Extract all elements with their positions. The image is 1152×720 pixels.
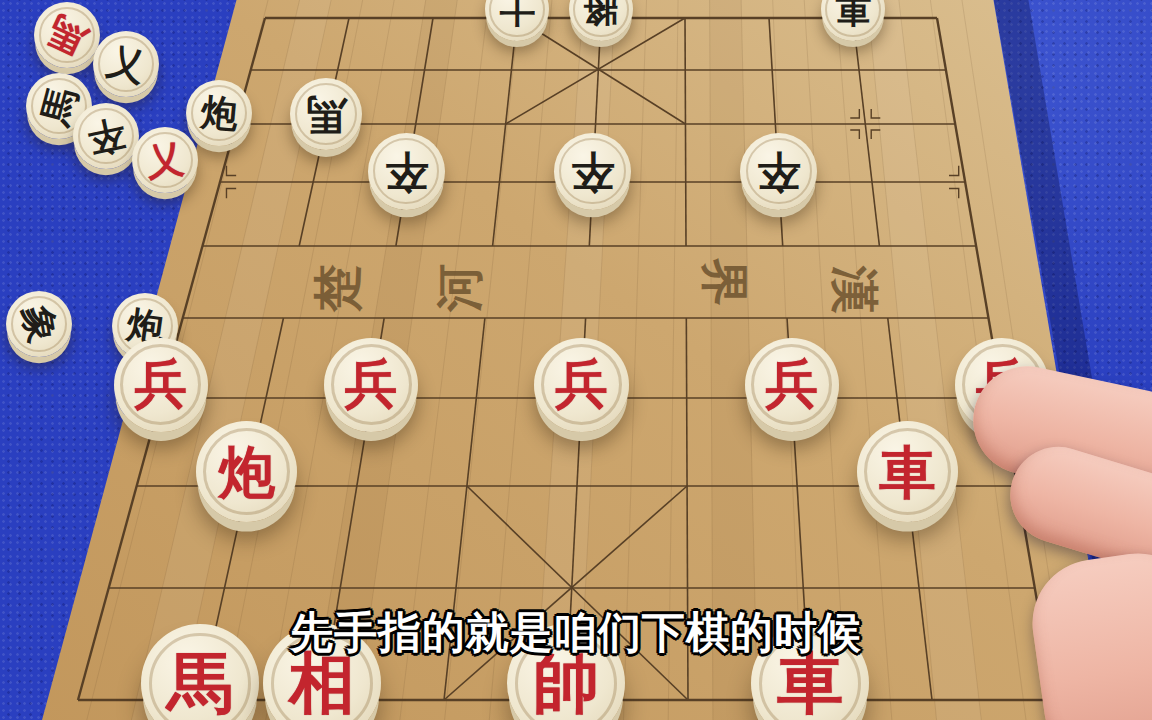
piece-character: 兵 [345,358,398,411]
piece-character: 卒 [385,150,428,193]
piece-red-red-soldier: 兵 [114,338,208,432]
captured-piece-black-black-soldier: 卒 [73,103,139,169]
piece-character: 乂 [103,41,148,86]
river-label-he: 河 [428,264,492,312]
piece-character: 車 [879,444,936,501]
piece-character: 馬 [42,10,91,59]
piece-black-black-soldier: 卒 [740,133,817,210]
piece-character: 卒 [571,150,614,193]
piece-black-horse: 馬 [290,78,362,150]
piece-black-black-soldier: 卒 [368,133,445,210]
video-frame: 楚河界漢 馬乂馬卒炮乂象炮 士將車馬卒卒卒兵兵兵兵兵炮車馬相帥車 先手指的就是咱… [0,0,1152,720]
captured-piece-red-cursive-piece: 乂 [132,127,198,193]
river-label-han: 漢 [822,266,886,314]
piece-character: 兵 [134,358,187,411]
piece-character: 卒 [757,150,800,193]
piece-red-cannon: 炮 [196,421,297,522]
river-label-jie: 界 [692,258,756,306]
captured-piece-red-horse: 馬 [34,2,100,68]
piece-character: 象 [18,303,61,346]
captured-piece-black-cannon: 炮 [186,80,252,146]
video-caption: 先手指的就是咱们下棋的时候 [0,604,1152,662]
piece-character: 卒 [84,114,128,158]
piece-character: 炮 [218,444,275,501]
piece-character: 乂 [145,140,185,180]
piece-character: 兵 [555,358,608,411]
piece-character: 馬 [306,94,347,135]
piece-black-black-soldier: 卒 [554,133,631,210]
piece-red-chariot: 車 [857,421,958,522]
piece-character: 兵 [766,358,819,411]
piece-red-red-soldier: 兵 [324,338,418,432]
piece-red-red-soldier: 兵 [745,338,839,432]
river-label-chu: 楚 [306,264,370,312]
piece-red-red-soldier: 兵 [534,338,628,432]
piece-character: 士 [499,0,535,27]
captured-piece-black-black-elephant: 象 [6,291,72,357]
piece-character: 炮 [199,93,239,133]
piece-character: 將 [583,0,619,27]
piece-character: 車 [835,0,871,27]
captured-piece-black-cursive-piece: 乂 [93,31,159,97]
